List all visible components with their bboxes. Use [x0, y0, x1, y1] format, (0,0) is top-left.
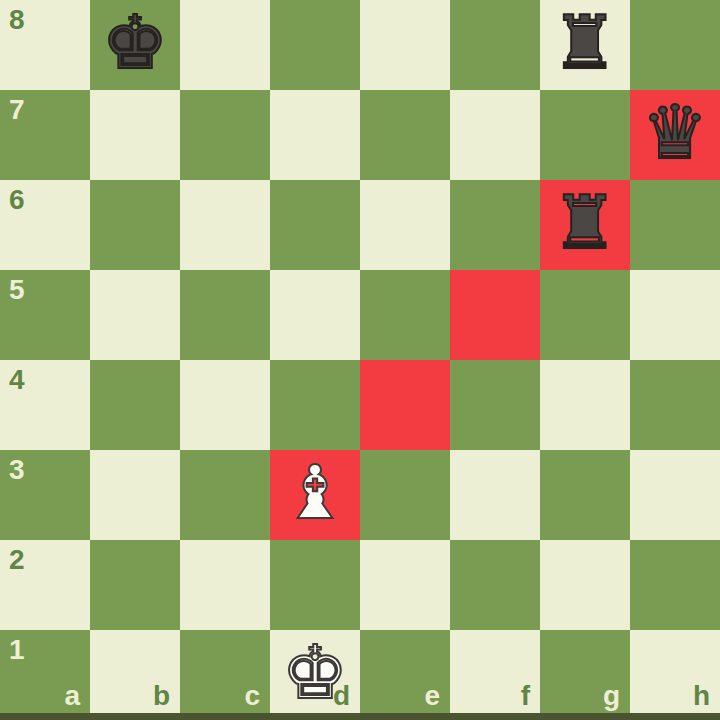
square-h5[interactable]	[630, 270, 720, 360]
square-g4[interactable]	[540, 360, 630, 450]
rank-label-3: 3	[9, 456, 25, 484]
square-b4[interactable]	[90, 360, 180, 450]
square-d4[interactable]	[270, 360, 360, 450]
rank-label-2: 2	[9, 546, 25, 574]
square-g8[interactable]: ♜	[540, 0, 630, 90]
chess-app: 8♚♜7♛6♜543♝21abcd♚efgh	[0, 0, 720, 720]
square-a3[interactable]: 3	[0, 450, 90, 540]
rank-label-7: 7	[9, 96, 25, 124]
square-h6[interactable]	[630, 180, 720, 270]
square-c3[interactable]	[180, 450, 270, 540]
square-f6[interactable]	[450, 180, 540, 270]
square-g1[interactable]: g	[540, 630, 630, 720]
rank-label-8: 8	[9, 6, 25, 34]
square-c1[interactable]: c	[180, 630, 270, 720]
square-b2[interactable]	[90, 540, 180, 630]
square-b5[interactable]	[90, 270, 180, 360]
square-c2[interactable]	[180, 540, 270, 630]
square-a5[interactable]: 5	[0, 270, 90, 360]
square-a7[interactable]: 7	[0, 90, 90, 180]
square-f8[interactable]	[450, 0, 540, 90]
rank-label-5: 5	[9, 276, 25, 304]
square-d2[interactable]	[270, 540, 360, 630]
square-h1[interactable]: h	[630, 630, 720, 720]
piece-black-rook-g6[interactable]: ♜	[552, 185, 618, 259]
file-label-f: f	[521, 682, 530, 710]
square-b3[interactable]	[90, 450, 180, 540]
square-e6[interactable]	[360, 180, 450, 270]
square-f5[interactable]	[450, 270, 540, 360]
file-label-g: g	[603, 682, 620, 710]
square-c6[interactable]	[180, 180, 270, 270]
file-label-h: h	[693, 682, 710, 710]
file-label-d: d	[333, 682, 350, 710]
square-e8[interactable]	[360, 0, 450, 90]
square-b1[interactable]: b	[90, 630, 180, 720]
square-a2[interactable]: 2	[0, 540, 90, 630]
square-e3[interactable]	[360, 450, 450, 540]
square-b7[interactable]	[90, 90, 180, 180]
square-g3[interactable]	[540, 450, 630, 540]
file-label-b: b	[153, 682, 170, 710]
square-e2[interactable]	[360, 540, 450, 630]
square-f4[interactable]	[450, 360, 540, 450]
square-a6[interactable]: 6	[0, 180, 90, 270]
chess-board: 8♚♜7♛6♜543♝21abcd♚efgh	[0, 0, 720, 720]
square-e1[interactable]: e	[360, 630, 450, 720]
rank-label-4: 4	[9, 366, 25, 394]
file-label-a: a	[64, 682, 80, 710]
square-f3[interactable]	[450, 450, 540, 540]
piece-black-rook-g8[interactable]: ♜	[552, 5, 618, 79]
board-bottom-edge	[0, 713, 720, 720]
square-d7[interactable]	[270, 90, 360, 180]
square-b6[interactable]	[90, 180, 180, 270]
square-d5[interactable]	[270, 270, 360, 360]
square-h7[interactable]: ♛	[630, 90, 720, 180]
square-e4[interactable]	[360, 360, 450, 450]
square-a8[interactable]: 8	[0, 0, 90, 90]
square-d1[interactable]: d♚	[270, 630, 360, 720]
square-a4[interactable]: 4	[0, 360, 90, 450]
square-g2[interactable]	[540, 540, 630, 630]
square-f7[interactable]	[450, 90, 540, 180]
rank-label-6: 6	[9, 186, 25, 214]
square-f2[interactable]	[450, 540, 540, 630]
square-e5[interactable]	[360, 270, 450, 360]
square-h8[interactable]	[630, 0, 720, 90]
square-c8[interactable]	[180, 0, 270, 90]
square-h2[interactable]	[630, 540, 720, 630]
piece-white-bishop-d3[interactable]: ♝	[282, 455, 348, 529]
rank-label-1: 1	[9, 636, 25, 664]
file-label-e: e	[424, 682, 440, 710]
file-label-c: c	[244, 682, 260, 710]
square-f1[interactable]: f	[450, 630, 540, 720]
square-c5[interactable]	[180, 270, 270, 360]
square-d6[interactable]	[270, 180, 360, 270]
square-g5[interactable]	[540, 270, 630, 360]
piece-black-queen-h7[interactable]: ♛	[642, 95, 708, 169]
piece-black-king-b8[interactable]: ♚	[102, 5, 168, 79]
square-d8[interactable]	[270, 0, 360, 90]
square-c4[interactable]	[180, 360, 270, 450]
square-g7[interactable]	[540, 90, 630, 180]
square-d3[interactable]: ♝	[270, 450, 360, 540]
square-h3[interactable]	[630, 450, 720, 540]
square-h4[interactable]	[630, 360, 720, 450]
square-b8[interactable]: ♚	[90, 0, 180, 90]
square-e7[interactable]	[360, 90, 450, 180]
square-c7[interactable]	[180, 90, 270, 180]
square-a1[interactable]: 1a	[0, 630, 90, 720]
square-g6[interactable]: ♜	[540, 180, 630, 270]
